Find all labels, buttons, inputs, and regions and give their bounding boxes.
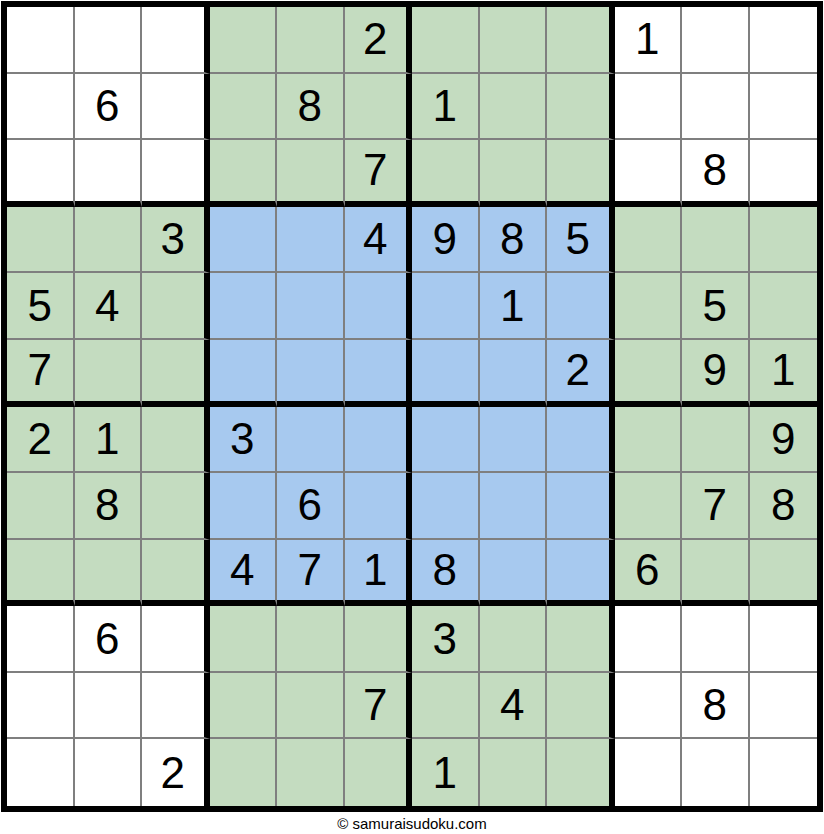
- cell-r11c6[interactable]: 7: [345, 673, 413, 740]
- cell-r10c8[interactable]: [480, 606, 548, 673]
- cell-r10c7[interactable]: 3: [412, 606, 480, 673]
- cell-r12c8[interactable]: [480, 739, 548, 806]
- cell-r10c10[interactable]: [615, 606, 683, 673]
- cell-r4c12[interactable]: [750, 207, 818, 274]
- cell-r12c1[interactable]: [7, 739, 75, 806]
- given-digit: 7: [703, 483, 727, 527]
- cell-r8c8[interactable]: [480, 473, 548, 540]
- cell-r6c12[interactable]: 1: [750, 340, 818, 407]
- copyright-caption: © samuraisudoku.com: [0, 815, 824, 832]
- cell-r9c8[interactable]: [480, 540, 548, 607]
- cell-r10c3[interactable]: [142, 606, 210, 673]
- cell-r10c1[interactable]: [7, 606, 75, 673]
- cell-r7c2[interactable]: 1: [75, 407, 143, 474]
- cell-r1c4[interactable]: [210, 7, 278, 74]
- given-digit: 5: [703, 284, 727, 328]
- cell-r5c12[interactable]: [750, 273, 818, 340]
- cell-r8c11[interactable]: 7: [682, 473, 750, 540]
- given-digit: 9: [433, 217, 457, 261]
- given-digit: 8: [703, 683, 727, 727]
- cell-r7c11[interactable]: [682, 407, 750, 474]
- cell-r2c11[interactable]: [682, 74, 750, 141]
- cell-r11c12[interactable]: [750, 673, 818, 740]
- cell-r2c12[interactable]: [750, 74, 818, 141]
- cell-r7c9[interactable]: [547, 407, 615, 474]
- cell-r8c7[interactable]: [412, 473, 480, 540]
- given-digit: 1: [95, 417, 119, 461]
- cell-r4c3[interactable]: 3: [142, 207, 210, 274]
- cell-r2c5[interactable]: 8: [277, 74, 345, 141]
- cell-r4c9[interactable]: 5: [547, 207, 615, 274]
- cell-r10c5[interactable]: [277, 606, 345, 673]
- given-digit: 2: [161, 751, 185, 795]
- cell-r9c11[interactable]: [682, 540, 750, 607]
- cell-r7c8[interactable]: [480, 407, 548, 474]
- cell-r9c6[interactable]: 1: [345, 540, 413, 607]
- cell-r7c1[interactable]: 2: [7, 407, 75, 474]
- cell-r4c5[interactable]: [277, 207, 345, 274]
- given-digit: 9: [771, 417, 795, 461]
- cell-r4c8[interactable]: 8: [480, 207, 548, 274]
- cell-r5c9[interactable]: [547, 273, 615, 340]
- cell-r6c7[interactable]: [412, 340, 480, 407]
- cell-r11c11[interactable]: 8: [682, 673, 750, 740]
- cell-r3c11[interactable]: 8: [682, 140, 750, 207]
- given-digit: 2: [28, 417, 52, 461]
- cell-r9c5[interactable]: 7: [277, 540, 345, 607]
- cell-r7c7[interactable]: [412, 407, 480, 474]
- given-digit: 2: [363, 17, 387, 61]
- given-digit: 7: [363, 683, 387, 727]
- cell-r3c10[interactable]: [615, 140, 683, 207]
- cell-r11c10[interactable]: [615, 673, 683, 740]
- cell-r5c4[interactable]: [210, 273, 278, 340]
- given-digit: 9: [703, 348, 727, 392]
- cell-r4c4[interactable]: [210, 207, 278, 274]
- cell-r6c11[interactable]: 9: [682, 340, 750, 407]
- cell-r9c3[interactable]: [142, 540, 210, 607]
- cell-r12c9[interactable]: [547, 739, 615, 806]
- cell-r7c5[interactable]: [277, 407, 345, 474]
- given-digit: 3: [230, 417, 254, 461]
- cell-r11c4[interactable]: [210, 673, 278, 740]
- given-digit: 8: [500, 217, 524, 261]
- cell-r6c2[interactable]: [75, 340, 143, 407]
- cell-r8c4[interactable]: [210, 473, 278, 540]
- given-digit: 8: [771, 483, 795, 527]
- given-digit: 7: [28, 348, 52, 392]
- cell-r2c9[interactable]: [547, 74, 615, 141]
- cell-r5c5[interactable]: [277, 273, 345, 340]
- cell-r3c9[interactable]: [547, 140, 615, 207]
- cell-r5c3[interactable]: [142, 273, 210, 340]
- cell-r11c9[interactable]: [547, 673, 615, 740]
- cell-r5c11[interactable]: 5: [682, 273, 750, 340]
- cell-r11c1[interactable]: [7, 673, 75, 740]
- cell-r2c6[interactable]: [345, 74, 413, 141]
- cell-r6c10[interactable]: [615, 340, 683, 407]
- cell-r2c3[interactable]: [142, 74, 210, 141]
- cell-r3c1[interactable]: [7, 140, 75, 207]
- cell-r12c6[interactable]: [345, 739, 413, 806]
- cell-r1c6[interactable]: 2: [345, 7, 413, 74]
- given-digit: 4: [95, 284, 119, 328]
- cell-r8c3[interactable]: [142, 473, 210, 540]
- cell-r12c4[interactable]: [210, 739, 278, 806]
- given-digit: 8: [703, 148, 727, 192]
- cell-r1c1[interactable]: [7, 7, 75, 74]
- puzzle-page: 2168178349855415729121398678471866374821…: [0, 0, 824, 834]
- cell-r2c4[interactable]: [210, 74, 278, 141]
- cell-r1c9[interactable]: [547, 7, 615, 74]
- cell-r5c6[interactable]: [345, 273, 413, 340]
- cell-r4c7[interactable]: 9: [412, 207, 480, 274]
- given-digit: 4: [500, 683, 524, 727]
- given-digit: 8: [298, 84, 322, 128]
- cell-r11c5[interactable]: [277, 673, 345, 740]
- given-digit: 6: [298, 483, 322, 527]
- cell-r3c3[interactable]: [142, 140, 210, 207]
- given-digit: 6: [95, 617, 119, 661]
- cell-r1c8[interactable]: [480, 7, 548, 74]
- cell-r1c11[interactable]: [682, 7, 750, 74]
- cell-r8c6[interactable]: [345, 473, 413, 540]
- cell-r6c9[interactable]: 2: [547, 340, 615, 407]
- cell-r7c6[interactable]: [345, 407, 413, 474]
- given-digit: 1: [500, 284, 524, 328]
- given-digit: 1: [771, 348, 795, 392]
- cell-r3c6[interactable]: 7: [345, 140, 413, 207]
- cell-r7c10[interactable]: [615, 407, 683, 474]
- cell-r8c12[interactable]: 8: [750, 473, 818, 540]
- given-digit: 1: [363, 548, 387, 592]
- cell-r5c10[interactable]: [615, 273, 683, 340]
- cell-r8c10[interactable]: [615, 473, 683, 540]
- cell-r9c12[interactable]: [750, 540, 818, 607]
- given-digit: 6: [635, 548, 659, 592]
- cell-r2c1[interactable]: [7, 74, 75, 141]
- cell-r10c2[interactable]: 6: [75, 606, 143, 673]
- given-digit: 5: [566, 217, 590, 261]
- given-digit: 5: [28, 284, 52, 328]
- given-digit: 6: [95, 84, 119, 128]
- given-digit: 8: [95, 483, 119, 527]
- cell-r6c3[interactable]: [142, 340, 210, 407]
- given-digit: 3: [433, 617, 457, 661]
- cell-r3c7[interactable]: [412, 140, 480, 207]
- cell-r1c5[interactable]: [277, 7, 345, 74]
- cell-r5c2[interactable]: 4: [75, 273, 143, 340]
- cell-r6c1[interactable]: 7: [7, 340, 75, 407]
- cell-r9c2[interactable]: [75, 540, 143, 607]
- cell-r5c8[interactable]: 1: [480, 273, 548, 340]
- cell-r10c12[interactable]: [750, 606, 818, 673]
- cell-r8c9[interactable]: [547, 473, 615, 540]
- cell-r11c3[interactable]: [142, 673, 210, 740]
- cell-r5c1[interactable]: 5: [7, 273, 75, 340]
- cell-r3c12[interactable]: [750, 140, 818, 207]
- cell-r4c1[interactable]: [7, 207, 75, 274]
- cell-r7c4[interactable]: 3: [210, 407, 278, 474]
- cell-r3c8[interactable]: [480, 140, 548, 207]
- cell-r8c1[interactable]: [7, 473, 75, 540]
- cell-r8c2[interactable]: 8: [75, 473, 143, 540]
- cell-r1c7[interactable]: [412, 7, 480, 74]
- cell-r7c3[interactable]: [142, 407, 210, 474]
- cell-r12c10[interactable]: [615, 739, 683, 806]
- cell-r10c9[interactable]: [547, 606, 615, 673]
- cell-r2c10[interactable]: [615, 74, 683, 141]
- cell-r6c8[interactable]: [480, 340, 548, 407]
- cell-r1c12[interactable]: [750, 7, 818, 74]
- given-digit: 7: [298, 548, 322, 592]
- cell-r9c10[interactable]: 6: [615, 540, 683, 607]
- cell-r11c7[interactable]: [412, 673, 480, 740]
- cell-r2c2[interactable]: 6: [75, 74, 143, 141]
- cell-r2c7[interactable]: 1: [412, 74, 480, 141]
- given-digit: 1: [433, 84, 457, 128]
- cell-r1c3[interactable]: [142, 7, 210, 74]
- given-digit: 7: [363, 148, 387, 192]
- cell-r3c2[interactable]: [75, 140, 143, 207]
- cell-r12c3[interactable]: 2: [142, 739, 210, 806]
- given-digit: 1: [433, 751, 457, 795]
- cell-r12c7[interactable]: 1: [412, 739, 480, 806]
- cell-r12c2[interactable]: [75, 739, 143, 806]
- cell-r11c8[interactable]: 4: [480, 673, 548, 740]
- cell-r3c5[interactable]: [277, 140, 345, 207]
- cell-r4c10[interactable]: [615, 207, 683, 274]
- cell-r7c12[interactable]: 9: [750, 407, 818, 474]
- cell-r12c5[interactable]: [277, 739, 345, 806]
- cell-r12c12[interactable]: [750, 739, 818, 806]
- given-digit: 3: [161, 217, 185, 261]
- cell-r12c11[interactable]: [682, 739, 750, 806]
- cell-r9c7[interactable]: 8: [412, 540, 480, 607]
- cell-r5c7[interactable]: [412, 273, 480, 340]
- cell-r4c2[interactable]: [75, 207, 143, 274]
- given-digit: 8: [433, 548, 457, 592]
- cell-r10c6[interactable]: [345, 606, 413, 673]
- cell-r3c4[interactable]: [210, 140, 278, 207]
- given-digit: 4: [230, 548, 254, 592]
- given-digit: 2: [566, 348, 590, 392]
- cell-r6c4[interactable]: [210, 340, 278, 407]
- cell-r4c11[interactable]: [682, 207, 750, 274]
- given-digit: 1: [635, 17, 659, 61]
- cell-r10c11[interactable]: [682, 606, 750, 673]
- cell-r6c5[interactable]: [277, 340, 345, 407]
- given-digit: 4: [363, 217, 387, 261]
- sudoku-board: 2168178349855415729121398678471866374821: [1, 1, 823, 812]
- cell-r4c6[interactable]: 4: [345, 207, 413, 274]
- cell-r9c9[interactable]: [547, 540, 615, 607]
- cell-r8c5[interactable]: 6: [277, 473, 345, 540]
- cell-r9c4[interactable]: 4: [210, 540, 278, 607]
- cell-r11c2[interactable]: [75, 673, 143, 740]
- cell-r1c2[interactable]: [75, 7, 143, 74]
- cell-r1c10[interactable]: 1: [615, 7, 683, 74]
- cell-r9c1[interactable]: [7, 540, 75, 607]
- cell-r6c6[interactable]: [345, 340, 413, 407]
- cell-r2c8[interactable]: [480, 74, 548, 141]
- cell-r10c4[interactable]: [210, 606, 278, 673]
